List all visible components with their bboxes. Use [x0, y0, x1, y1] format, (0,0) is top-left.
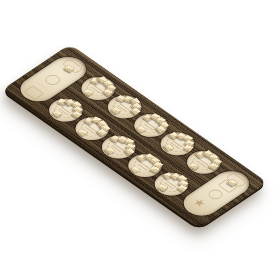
- mancala-board: ★: [2, 44, 268, 229]
- seed-cube: [104, 147, 116, 155]
- seed-cube: [176, 184, 188, 192]
- seed-cube: [51, 110, 63, 118]
- circle-engraving: [42, 73, 63, 87]
- seed-cube: [129, 166, 141, 174]
- seed-cube: [76, 129, 88, 137]
- product-photo-scene: ★: [0, 0, 280, 280]
- seed-cube: [183, 144, 195, 152]
- seed-cube: [135, 125, 147, 133]
- seed-cube: [110, 106, 122, 114]
- circle-engraving: [206, 188, 225, 201]
- seed-cube: [163, 143, 175, 151]
- seed-cube: [82, 88, 94, 96]
- star-engraving: ★: [190, 196, 209, 209]
- seed-cube: [71, 110, 83, 118]
- tablet-engraving: [23, 86, 44, 100]
- seed-cube: [188, 162, 200, 170]
- seed-cube: [157, 184, 169, 192]
